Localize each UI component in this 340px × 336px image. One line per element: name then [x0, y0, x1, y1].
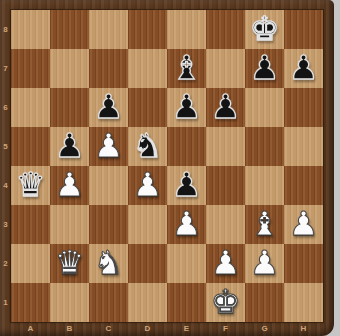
black-pawn[interactable]: ♟ — [284, 49, 323, 88]
file-labels: ABCDEFGH — [11, 322, 323, 336]
black-pawn[interactable]: ♟ — [245, 49, 284, 88]
white-king[interactable]: ♚ — [206, 283, 245, 322]
square-g5[interactable] — [245, 127, 284, 166]
square-d7[interactable] — [128, 49, 167, 88]
rank-label-1: 1 — [0, 283, 11, 322]
square-c5[interactable]: ♟ — [89, 127, 128, 166]
square-a3[interactable] — [11, 205, 50, 244]
rank-label-8: 8 — [0, 10, 11, 49]
square-e5[interactable] — [167, 127, 206, 166]
square-e6[interactable]: ♟ — [167, 88, 206, 127]
black-queen[interactable]: ♛ — [11, 166, 50, 205]
black-pawn[interactable]: ♟ — [50, 127, 89, 166]
square-a6[interactable] — [11, 88, 50, 127]
rank-label-7: 7 — [0, 49, 11, 88]
file-label-C: C — [89, 322, 128, 336]
square-h4[interactable] — [284, 166, 323, 205]
square-e7[interactable]: ♝ — [167, 49, 206, 88]
square-c8[interactable] — [89, 10, 128, 49]
square-g8[interactable]: ♚ — [245, 10, 284, 49]
square-d4[interactable]: ♟ — [128, 166, 167, 205]
square-c2[interactable]: ♞ — [89, 244, 128, 283]
square-c6[interactable]: ♟ — [89, 88, 128, 127]
square-a8[interactable] — [11, 10, 50, 49]
rank-label-6: 6 — [0, 88, 11, 127]
square-b2[interactable]: ♛ — [50, 244, 89, 283]
white-pawn[interactable]: ♟ — [284, 205, 323, 244]
white-pawn[interactable]: ♟ — [206, 244, 245, 283]
square-f5[interactable] — [206, 127, 245, 166]
square-b1[interactable] — [50, 283, 89, 322]
white-knight[interactable]: ♞ — [89, 244, 128, 283]
rank-label-3: 3 — [0, 205, 11, 244]
square-e2[interactable] — [167, 244, 206, 283]
square-e4[interactable]: ♟ — [167, 166, 206, 205]
square-d3[interactable] — [128, 205, 167, 244]
square-a1[interactable] — [11, 283, 50, 322]
white-pawn[interactable]: ♟ — [89, 127, 128, 166]
file-label-H: H — [284, 322, 323, 336]
square-f6[interactable]: ♟ — [206, 88, 245, 127]
square-c1[interactable] — [89, 283, 128, 322]
rank-label-5: 5 — [0, 127, 11, 166]
white-queen[interactable]: ♛ — [50, 244, 89, 283]
rank-labels: 87654321 — [0, 10, 11, 322]
black-pawn[interactable]: ♟ — [167, 88, 206, 127]
square-b3[interactable] — [50, 205, 89, 244]
square-b6[interactable] — [50, 88, 89, 127]
square-d6[interactable] — [128, 88, 167, 127]
black-pawn[interactable]: ♟ — [89, 88, 128, 127]
square-e3[interactable]: ♟ — [167, 205, 206, 244]
square-b8[interactable] — [50, 10, 89, 49]
file-label-G: G — [245, 322, 284, 336]
black-knight[interactable]: ♞ — [128, 127, 167, 166]
square-g3[interactable]: ♝ — [245, 205, 284, 244]
square-f3[interactable] — [206, 205, 245, 244]
square-g7[interactable]: ♟ — [245, 49, 284, 88]
square-h2[interactable] — [284, 244, 323, 283]
square-c4[interactable] — [89, 166, 128, 205]
white-pawn[interactable]: ♟ — [167, 205, 206, 244]
square-f1[interactable]: ♚ — [206, 283, 245, 322]
square-h6[interactable] — [284, 88, 323, 127]
chess-board[interactable]: ♚♝♟♟♟♟♟♟♟♞♛♟♟♟♟♝♟♛♞♟♟♚ — [11, 10, 323, 322]
board-frame: 87654321 ABCDEFGH ♚♝♟♟♟♟♟♟♟♞♛♟♟♟♟♝♟♛♞♟♟♚ — [0, 0, 334, 336]
square-f8[interactable] — [206, 10, 245, 49]
square-g4[interactable] — [245, 166, 284, 205]
square-c7[interactable] — [89, 49, 128, 88]
square-e1[interactable] — [167, 283, 206, 322]
black-bishop[interactable]: ♝ — [167, 49, 206, 88]
square-g1[interactable] — [245, 283, 284, 322]
square-a4[interactable]: ♛ — [11, 166, 50, 205]
square-d5[interactable]: ♞ — [128, 127, 167, 166]
square-h5[interactable] — [284, 127, 323, 166]
square-a5[interactable] — [11, 127, 50, 166]
square-b4[interactable]: ♟ — [50, 166, 89, 205]
square-e8[interactable] — [167, 10, 206, 49]
square-b7[interactable] — [50, 49, 89, 88]
square-d8[interactable] — [128, 10, 167, 49]
white-bishop[interactable]: ♝ — [245, 205, 284, 244]
black-pawn[interactable]: ♟ — [206, 88, 245, 127]
file-label-B: B — [50, 322, 89, 336]
square-g2[interactable]: ♟ — [245, 244, 284, 283]
square-h8[interactable] — [284, 10, 323, 49]
square-f7[interactable] — [206, 49, 245, 88]
file-label-F: F — [206, 322, 245, 336]
file-label-D: D — [128, 322, 167, 336]
white-pawn[interactable]: ♟ — [50, 166, 89, 205]
square-g6[interactable] — [245, 88, 284, 127]
black-king[interactable]: ♚ — [245, 10, 284, 49]
square-b5[interactable]: ♟ — [50, 127, 89, 166]
square-d2[interactable] — [128, 244, 167, 283]
square-h1[interactable] — [284, 283, 323, 322]
rank-label-4: 4 — [0, 166, 11, 205]
black-pawn[interactable]: ♟ — [167, 166, 206, 205]
square-c3[interactable] — [89, 205, 128, 244]
file-label-E: E — [167, 322, 206, 336]
rank-label-2: 2 — [0, 244, 11, 283]
square-h3[interactable]: ♟ — [284, 205, 323, 244]
square-d1[interactable] — [128, 283, 167, 322]
square-a2[interactable] — [11, 244, 50, 283]
square-a7[interactable] — [11, 49, 50, 88]
white-pawn[interactable]: ♟ — [128, 166, 167, 205]
file-label-A: A — [11, 322, 50, 336]
white-pawn[interactable]: ♟ — [245, 244, 284, 283]
square-f4[interactable] — [206, 166, 245, 205]
square-f2[interactable]: ♟ — [206, 244, 245, 283]
square-h7[interactable]: ♟ — [284, 49, 323, 88]
